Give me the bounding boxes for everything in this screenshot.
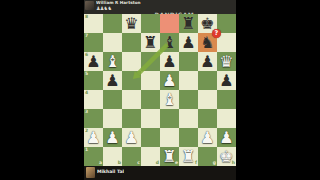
square-a7[interactable]: 7	[84, 33, 103, 52]
piece-black-queen[interactable]: ♛	[122, 14, 141, 33]
file-label-d: d	[156, 161, 159, 166]
square-a8[interactable]: 8	[84, 14, 103, 33]
square-b4[interactable]	[103, 90, 122, 109]
square-c1[interactable]: c	[122, 147, 141, 166]
square-d8[interactable]	[141, 14, 160, 33]
top-player-bar: William R Hartston ♟♟♞♞ www.BANDICAM.com	[84, 0, 236, 14]
square-c5[interactable]	[122, 71, 141, 90]
square-b8[interactable]	[103, 14, 122, 33]
square-c3[interactable]	[122, 109, 141, 128]
square-c8[interactable]: ♛	[122, 14, 141, 33]
file-label-g: g	[213, 161, 216, 166]
square-d7[interactable]: ♜	[141, 33, 160, 52]
square-h1[interactable]: ♚h	[217, 147, 236, 166]
file-label-h: h	[232, 161, 235, 166]
piece-white-bishop[interactable]: ♝	[160, 90, 179, 109]
rank-label-4: 4	[85, 91, 88, 96]
square-e5[interactable]: ♟	[160, 71, 179, 90]
square-d4[interactable]	[141, 90, 160, 109]
piece-black-rook[interactable]: ♜	[141, 33, 160, 52]
top-player-captured-pieces: ♟♟♞♞	[96, 6, 111, 12]
file-label-a: a	[99, 161, 102, 166]
square-d3[interactable]	[141, 109, 160, 128]
file-label-e: e	[175, 161, 178, 166]
rank-label-6: 6	[85, 53, 88, 58]
piece-black-rook[interactable]: ♜	[179, 14, 198, 33]
square-e6[interactable]: ♟	[160, 52, 179, 71]
square-b6[interactable]: ♝	[103, 52, 122, 71]
square-d6[interactable]	[141, 52, 160, 71]
rank-label-3: 3	[85, 110, 88, 115]
square-d2[interactable]	[141, 128, 160, 147]
top-player-name: William R Hartston	[96, 0, 141, 5]
square-e3[interactable]	[160, 109, 179, 128]
piece-black-bishop[interactable]: ♝	[160, 33, 179, 52]
rank-label-8: 8	[85, 15, 88, 20]
square-a6[interactable]: ♟6	[84, 52, 103, 71]
square-a1[interactable]: 1a	[84, 147, 103, 166]
piece-black-pawn[interactable]: ♟	[160, 52, 179, 71]
piece-white-pawn[interactable]: ♟	[103, 128, 122, 147]
square-h5[interactable]: ♟	[217, 71, 236, 90]
square-d5[interactable]	[141, 71, 160, 90]
mistake-badge: ?	[212, 29, 221, 38]
piece-white-bishop[interactable]: ♝	[103, 52, 122, 71]
piece-black-pawn[interactable]: ♟	[198, 52, 217, 71]
bottom-player-bar: Mikhail Tal	[84, 166, 236, 180]
square-f5[interactable]	[179, 71, 198, 90]
square-a5[interactable]: 5	[84, 71, 103, 90]
square-e8[interactable]	[160, 14, 179, 33]
square-h4[interactable]	[217, 90, 236, 109]
square-e2[interactable]	[160, 128, 179, 147]
square-d1[interactable]: d	[141, 147, 160, 166]
square-h3[interactable]	[217, 109, 236, 128]
square-b7[interactable]	[103, 33, 122, 52]
piece-white-pawn[interactable]: ♟	[160, 71, 179, 90]
square-g6[interactable]: ♟	[198, 52, 217, 71]
file-label-b: b	[118, 161, 121, 166]
square-c7[interactable]	[122, 33, 141, 52]
square-f8[interactable]: ♜	[179, 14, 198, 33]
square-g1[interactable]: g	[198, 147, 217, 166]
square-e7[interactable]: ♝	[160, 33, 179, 52]
square-f2[interactable]	[179, 128, 198, 147]
rank-label-7: 7	[85, 34, 88, 39]
top-player-avatar	[85, 1, 94, 10]
piece-black-pawn[interactable]: ♟	[179, 33, 198, 52]
square-b2[interactable]: ♟	[103, 128, 122, 147]
piece-black-pawn[interactable]: ♟	[103, 71, 122, 90]
rank-label-5: 5	[85, 72, 88, 77]
square-g2[interactable]: ♟	[198, 128, 217, 147]
bottom-player-name: Mikhail Tal	[97, 168, 124, 173]
square-f3[interactable]	[179, 109, 198, 128]
square-g3[interactable]	[198, 109, 217, 128]
square-e4[interactable]: ♝	[160, 90, 179, 109]
content-strip: William R Hartston ♟♟♞♞ www.BANDICAM.com…	[84, 0, 236, 180]
square-f7[interactable]: ♟	[179, 33, 198, 52]
square-c4[interactable]	[122, 90, 141, 109]
square-h6[interactable]: ♛	[217, 52, 236, 71]
square-a3[interactable]: 3	[84, 109, 103, 128]
piece-white-queen[interactable]: ♛	[217, 52, 236, 71]
rank-label-2: 2	[85, 129, 88, 134]
square-f4[interactable]	[179, 90, 198, 109]
square-a2[interactable]: ♟2	[84, 128, 103, 147]
square-b1[interactable]: b	[103, 147, 122, 166]
square-c2[interactable]: ♟	[122, 128, 141, 147]
piece-white-pawn[interactable]: ♟	[217, 128, 236, 147]
bottom-player-avatar	[86, 167, 95, 178]
square-f1[interactable]: ♜f	[179, 147, 198, 166]
square-g4[interactable]	[198, 90, 217, 109]
square-h2[interactable]: ♟	[217, 128, 236, 147]
piece-black-pawn[interactable]: ♟	[217, 71, 236, 90]
square-e1[interactable]: ♜e	[160, 147, 179, 166]
piece-white-pawn[interactable]: ♟	[122, 128, 141, 147]
square-b3[interactable]	[103, 109, 122, 128]
square-g5[interactable]	[198, 71, 217, 90]
piece-white-pawn[interactable]: ♟	[198, 128, 217, 147]
square-a4[interactable]: 4	[84, 90, 103, 109]
square-f6[interactable]	[179, 52, 198, 71]
file-label-c: c	[137, 161, 140, 166]
rank-label-1: 1	[85, 148, 88, 153]
file-label-f: f	[195, 161, 197, 166]
video-frame: William R Hartston ♟♟♞♞ www.BANDICAM.com…	[0, 0, 320, 180]
square-c6[interactable]	[122, 52, 141, 71]
square-b5[interactable]: ♟	[103, 71, 122, 90]
